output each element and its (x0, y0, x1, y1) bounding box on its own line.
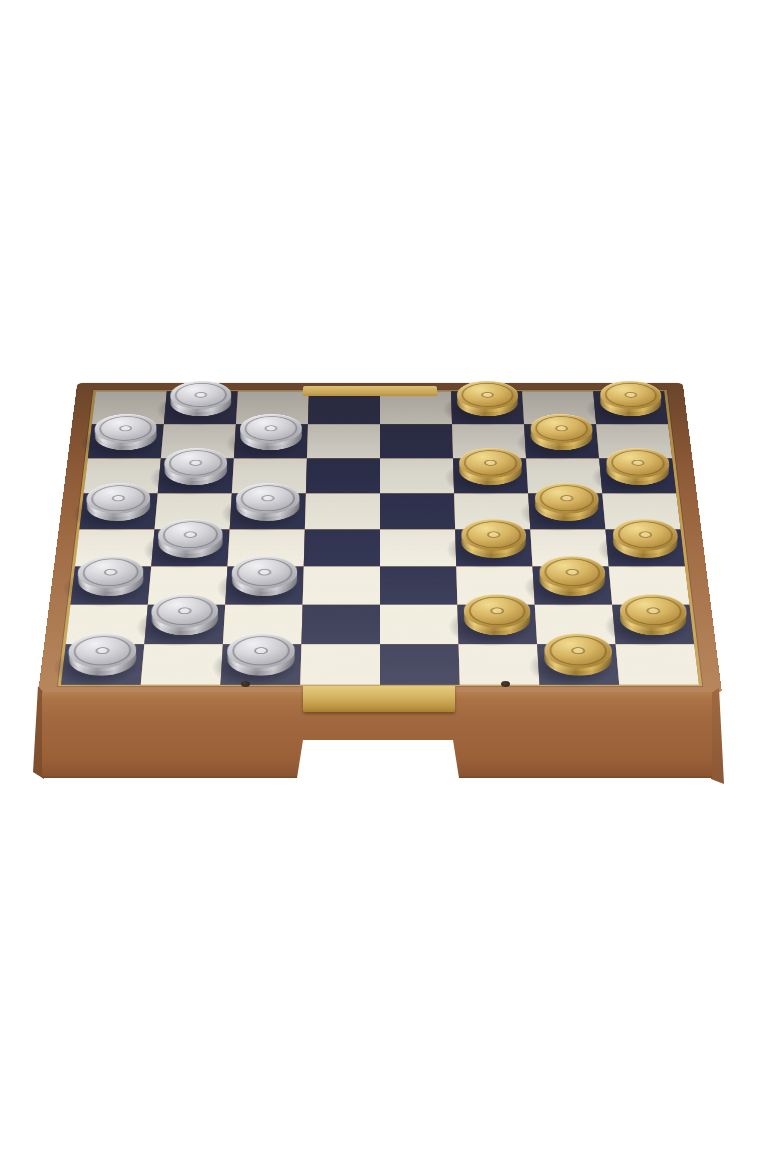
piece-top-face (459, 448, 523, 478)
checker-gold-r5c6 (461, 532, 527, 564)
engraved-center (265, 425, 278, 431)
engraved-center (254, 647, 268, 654)
checker-gold-r7c8 (618, 608, 688, 641)
checker-silver-r4c1 (85, 496, 152, 527)
checker-silver-r8c3 (227, 647, 296, 681)
engraved-center (178, 608, 192, 615)
engraved-center (112, 495, 125, 501)
checker-gold-r2c7 (530, 427, 594, 456)
brass-back-tab (303, 386, 437, 396)
checker-silver-r8c1 (67, 647, 138, 681)
product-photo-stage (0, 0, 763, 1176)
pieces-layer (61, 391, 699, 685)
checker-silver-r4c3 (235, 496, 300, 527)
checker-silver-r3c2 (164, 461, 229, 491)
fastener-dot-right (501, 681, 510, 687)
engraved-center (639, 532, 653, 538)
checker-gold-r3c6 (459, 461, 523, 491)
engraved-center (624, 392, 637, 398)
piece-top-face (461, 519, 527, 550)
checker-silver-r5c2 (157, 532, 224, 564)
engraved-center (119, 425, 132, 431)
piece-top-face (539, 556, 607, 588)
engraved-center (631, 460, 644, 466)
piece-top-face (463, 594, 531, 627)
checker-gold-r6c7 (538, 569, 606, 601)
piece-top-face (457, 381, 519, 409)
brass-drawer-pull (303, 686, 455, 712)
checker-gold-r5c8 (611, 532, 679, 564)
engraved-center (646, 608, 660, 615)
checker-gold-r8c7 (543, 647, 613, 681)
engraved-center (104, 569, 118, 575)
checker-gold-r7c6 (463, 608, 531, 641)
box-right-side (710, 686, 726, 788)
engraved-center (258, 569, 271, 575)
checker-silver-r6c1 (77, 569, 146, 601)
checker-gold-r1c8 (599, 394, 663, 422)
piece-top-face (530, 414, 594, 443)
engraved-center (571, 647, 585, 654)
engraved-center (487, 532, 500, 538)
fastener-dot-left (241, 681, 250, 687)
checker-silver-r2c3 (240, 427, 303, 456)
checker-gold-r3c8 (605, 461, 671, 491)
engraved-center (195, 392, 208, 398)
engraved-center (566, 569, 580, 575)
engraved-center (189, 460, 202, 466)
checker-gold-r4c7 (534, 496, 600, 527)
checker-silver-r6c3 (231, 569, 298, 601)
engraved-center (490, 608, 504, 615)
piece-top-face (534, 483, 600, 514)
engraved-center (481, 392, 493, 398)
checker-gold-r1c6 (456, 394, 518, 422)
checker-silver-r7c2 (150, 608, 219, 641)
engraved-center (184, 532, 197, 538)
checker-silver-r2c1 (94, 427, 159, 456)
engraved-center (560, 495, 573, 501)
engraved-center (261, 495, 274, 501)
engraved-center (484, 460, 497, 466)
checker-silver-r1c2 (169, 394, 232, 422)
game-box-top (38, 383, 722, 693)
engraved-center (555, 425, 568, 431)
